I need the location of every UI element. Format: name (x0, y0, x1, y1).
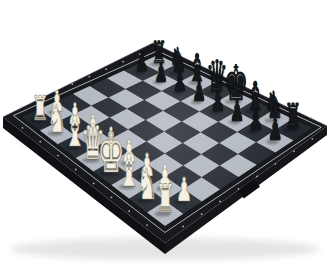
frame-rivet-dot (128, 210, 130, 212)
piece-shadow (48, 131, 63, 136)
frame-rivet-dot (214, 72, 216, 74)
frame-rivet-dot (275, 163, 277, 165)
piece-shadow (119, 185, 135, 190)
piece-shadow (154, 211, 171, 216)
piece-shadow (266, 140, 278, 145)
frame-rivet-dot (93, 183, 95, 185)
frame-rivet-dot (105, 68, 107, 70)
frame-rivet-dot (293, 150, 295, 152)
frame-rivet-dot (238, 188, 240, 190)
piece-shadow (99, 171, 118, 176)
piece-shadow (84, 136, 96, 141)
piece-shadow (283, 128, 298, 133)
piece-shadow (150, 62, 163, 66)
piece-shadow (169, 72, 182, 76)
frame-rivet-dot (195, 64, 197, 66)
piece-shadow (229, 120, 241, 124)
piece-shadow (120, 161, 132, 166)
piece-shadow (48, 110, 60, 114)
frame-rivet-dot (21, 106, 23, 108)
frame-rivet-dot (139, 53, 141, 55)
piece-shadow (30, 118, 45, 122)
piece-shadow (172, 90, 183, 94)
frame-rivet-dot (22, 127, 24, 129)
frame-rivet-dot (175, 55, 177, 57)
piece-shadow (174, 199, 187, 204)
piece-shadow (210, 110, 222, 114)
piece-shadow (188, 81, 202, 85)
frame-rivet-dot (57, 155, 59, 157)
piece-shadow (206, 90, 222, 94)
piece-shadow (248, 130, 260, 135)
frame-rivet-dot (88, 76, 90, 78)
frame-rivet-dot (311, 138, 313, 140)
piece-shadow (66, 123, 78, 128)
frame-rivet-dot (201, 213, 203, 215)
frame-rivet-dot (182, 226, 184, 228)
frame-rivet-dot (71, 83, 73, 85)
frame-rivet-dot (253, 90, 255, 92)
frame-rivet-dot (219, 201, 221, 203)
piece-shadow (153, 80, 164, 84)
piece-shadow (137, 198, 153, 203)
frame-rivet-dot (256, 176, 258, 178)
frame-rivet-dot (233, 81, 235, 83)
frame-rivet-dot (291, 108, 293, 110)
piece-shadow (225, 100, 242, 104)
frame-rivet-dot (75, 169, 77, 171)
piece-shadow (264, 118, 279, 122)
frame-rivet-dot (38, 98, 40, 100)
frame-rivet-dot (111, 196, 113, 198)
product-photo-stage: ♜♞♝♛♚♝♞♜♟♟♟♟♟♟♟♟♟♟♟♟♟♟♟♟♜♞♝♛♚♝♞♜ (0, 0, 336, 280)
piece-shadow (65, 145, 80, 150)
piece-shadow (82, 158, 100, 163)
piece-shadow (102, 148, 114, 153)
frame-rivet-dot (39, 141, 41, 143)
piece-shadow (245, 109, 259, 113)
piece-shadow (156, 187, 169, 192)
chess-board (0, 0, 336, 280)
frame-rivet-dot (122, 61, 124, 63)
frame-rivet-dot (272, 99, 274, 101)
frame-rivet-dot (311, 117, 313, 119)
piece-shadow (138, 174, 151, 179)
piece-shadow (191, 100, 202, 104)
frame-rivet-dot (55, 91, 57, 93)
frame-rivet-dot (146, 224, 148, 226)
piece-shadow (134, 70, 145, 74)
